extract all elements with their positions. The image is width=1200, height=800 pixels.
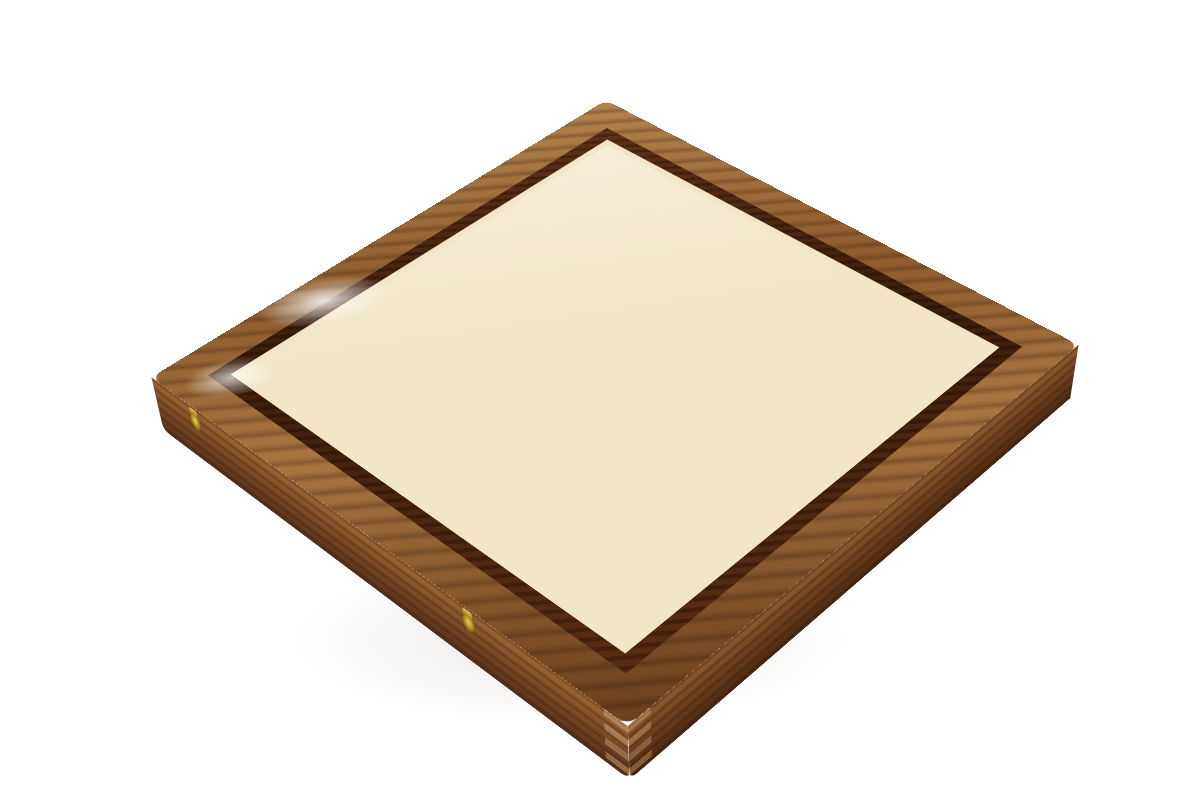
chess-board bbox=[151, 100, 1078, 726]
board-tilt-wrapper bbox=[0, 0, 1200, 800]
light-glare bbox=[222, 253, 428, 352]
board-top bbox=[151, 100, 1078, 726]
product-photo-scene bbox=[0, 0, 1200, 800]
